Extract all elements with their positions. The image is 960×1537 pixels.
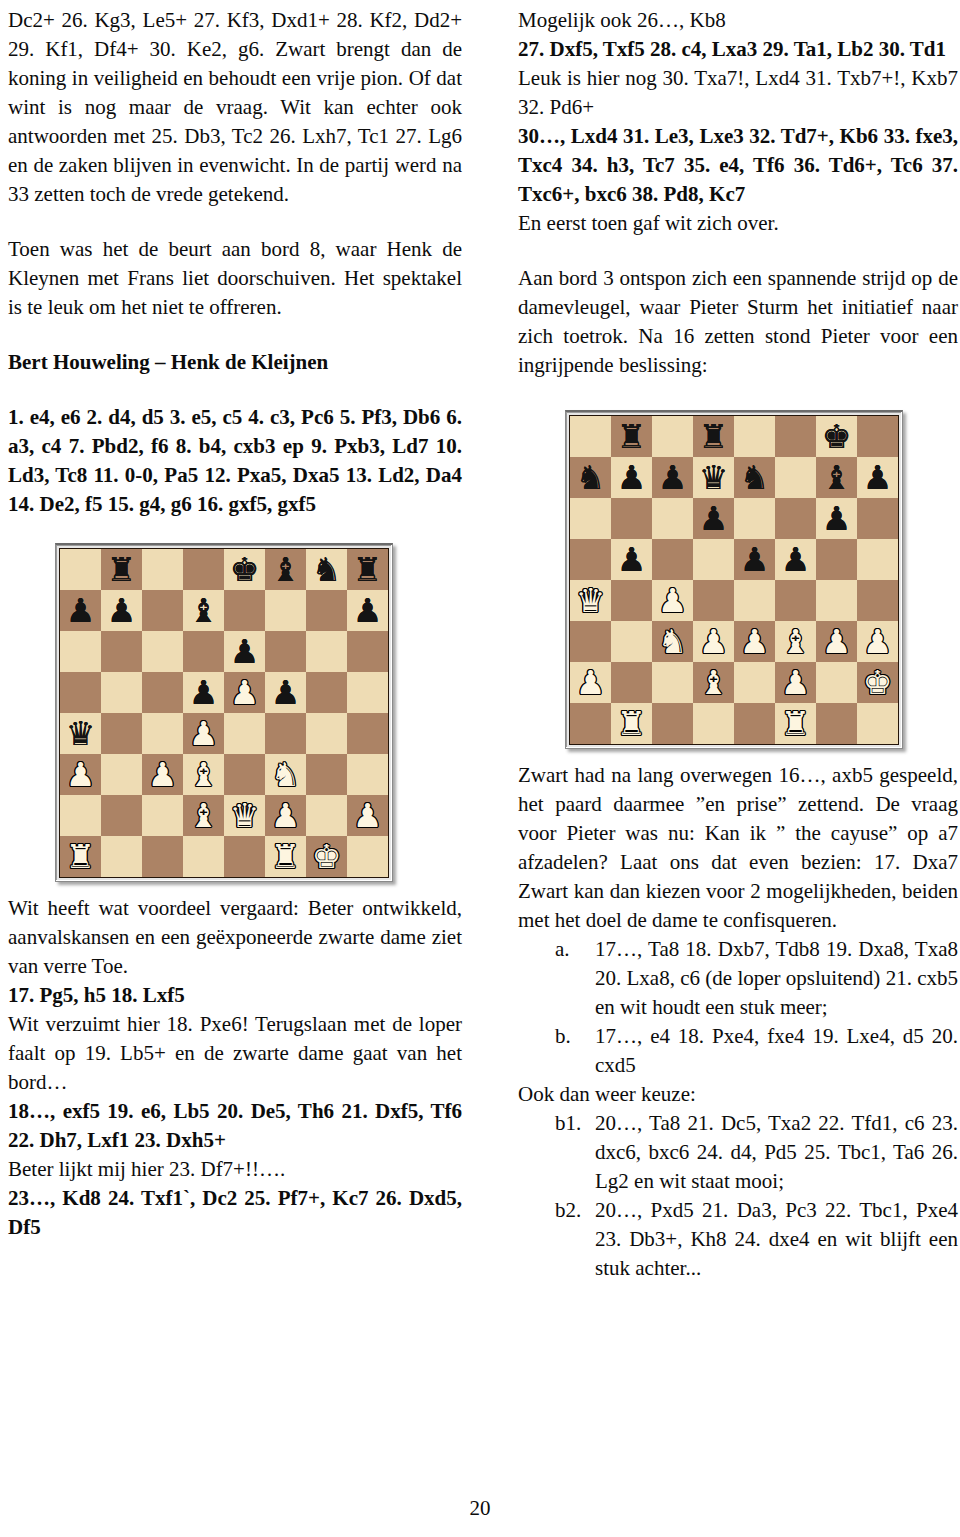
square-d4: ♟ [183, 713, 224, 754]
variation-label: b2. [555, 1196, 595, 1283]
square-a3 [570, 621, 611, 662]
black-pawn-h7: ♟ [353, 594, 383, 627]
chess-board-2: ♜♜♚♞♟♟♛♞♝♟♟♟♟♟♟♛♟♞♟♟♝♟♟♟♝♟♚♜♜ [569, 415, 899, 745]
white-pawn-e5: ♟ [230, 676, 260, 709]
square-b4 [611, 580, 652, 621]
square-b3 [101, 754, 142, 795]
square-g8: ♞ [306, 549, 347, 590]
black-rook-h8: ♜ [353, 553, 383, 586]
black-knight-a7: ♞ [576, 461, 606, 494]
square-e6: ♟ [224, 631, 265, 672]
black-knight-g8: ♞ [312, 553, 342, 586]
square-g8: ♚ [816, 416, 857, 457]
square-e7: ♞ [734, 457, 775, 498]
square-g3: ♟ [816, 621, 857, 662]
paragraph: Wit verzuimt hier 18. Pxe6! Terugslaan m… [8, 1010, 462, 1097]
square-f2: ♟ [775, 662, 816, 703]
white-bishop-d3: ♝ [189, 758, 219, 791]
square-g7 [306, 590, 347, 631]
variation-text: 17…, Ta8 18. Dxb7, Tdb8 19. Dxa8, Txa8 2… [595, 935, 958, 1022]
square-d8: ♜ [693, 416, 734, 457]
square-f5: ♟ [265, 672, 306, 713]
square-c7 [142, 590, 183, 631]
square-b1: ♜ [611, 703, 652, 744]
left-column: Dc2+ 26. Kg3, Le5+ 27. Kf3, Dxd1+ 28. Kf… [8, 6, 462, 1242]
square-d7: ♛ [693, 457, 734, 498]
square-a4: ♛ [60, 713, 101, 754]
square-a2 [60, 795, 101, 836]
variation-text: 20…, Ta8 21. Dc5, Txa2 22. Tfd1, c6 23. … [595, 1109, 958, 1196]
paragraph: Mogelijk ook 26…, Kb8 [518, 6, 958, 35]
square-e5: ♟ [734, 539, 775, 580]
white-bishop-d2: ♝ [189, 799, 219, 832]
paragraph: Beter lijkt mij hier 23. Df7+!!…. [8, 1155, 462, 1184]
square-e8: ♚ [224, 549, 265, 590]
black-pawn-f5: ♟ [781, 543, 811, 576]
black-bishop-d7: ♝ [189, 594, 219, 627]
white-rook-f1: ♜ [271, 840, 301, 873]
square-h7: ♟ [347, 590, 388, 631]
variation-b: b. 17…, e4 18. Pxe4, fxe4 19. Lxe4, d5 2… [518, 1022, 958, 1080]
white-pawn-a3: ♟ [66, 758, 96, 791]
white-rook-f1: ♜ [781, 707, 811, 740]
square-a6 [60, 631, 101, 672]
move-line: 23…, Kd8 24. Txf1`, Dc2 25. Pf7+, Kc7 26… [8, 1184, 462, 1242]
square-f3: ♞ [265, 754, 306, 795]
square-f7 [265, 590, 306, 631]
black-pawn-e6: ♟ [230, 635, 260, 668]
square-a4: ♛ [570, 580, 611, 621]
white-pawn-d4: ♟ [189, 717, 219, 750]
white-pawn-c3: ♟ [148, 758, 178, 791]
square-g2 [816, 662, 857, 703]
white-queen-e2: ♛ [230, 799, 260, 832]
square-b7: ♟ [611, 457, 652, 498]
square-f5: ♟ [775, 539, 816, 580]
black-bishop-f8: ♝ [271, 553, 301, 586]
square-c2 [652, 662, 693, 703]
black-king-e8: ♚ [230, 553, 260, 586]
square-d6: ♟ [693, 498, 734, 539]
square-c1 [652, 703, 693, 744]
square-a8 [60, 549, 101, 590]
white-bishop-f3: ♝ [781, 625, 811, 658]
square-g7: ♝ [816, 457, 857, 498]
square-g3 [306, 754, 347, 795]
square-b2 [101, 795, 142, 836]
black-pawn-b7: ♟ [107, 594, 137, 627]
square-e7 [224, 590, 265, 631]
paragraph: Wit heeft wat voordeel vergaard: Beter o… [8, 894, 462, 981]
square-b4 [101, 713, 142, 754]
move-line: 27. Dxf5, Txf5 28. c4, Lxa3 29. Ta1, Lb2… [518, 35, 958, 64]
square-b8: ♜ [101, 549, 142, 590]
square-a8 [570, 416, 611, 457]
square-e3: ♟ [734, 621, 775, 662]
square-g5 [306, 672, 347, 713]
square-f1: ♜ [775, 703, 816, 744]
square-a3: ♟ [60, 754, 101, 795]
square-b7: ♟ [101, 590, 142, 631]
square-h5 [347, 672, 388, 713]
square-f8 [775, 416, 816, 457]
paragraph: Leuk is hier nog 30. Txa7!, Lxd4 31. Txb… [518, 64, 958, 122]
square-a7: ♟ [60, 590, 101, 631]
right-column: Mogelijk ook 26…, Kb8 27. Dxf5, Txf5 28.… [518, 6, 958, 1283]
square-e2: ♛ [224, 795, 265, 836]
square-c8 [652, 416, 693, 457]
square-c3: ♟ [142, 754, 183, 795]
white-pawn-f2: ♟ [781, 666, 811, 699]
square-h6 [347, 631, 388, 672]
black-rook-b8: ♜ [617, 420, 647, 453]
square-a1 [570, 703, 611, 744]
square-c1 [142, 836, 183, 877]
chess-diagram-1: ♜♚♝♞♜♟♟♝♟♟♟♟♟♛♟♟♟♝♞♝♛♟♟♜♜♚ [55, 543, 393, 882]
move-line: 1. e4, e6 2. d4, d5 3. e5, c5 4. c3, Pc6… [8, 403, 462, 519]
square-h8: ♜ [347, 549, 388, 590]
square-a5 [60, 672, 101, 713]
black-pawn-a7: ♟ [66, 594, 96, 627]
square-a6 [570, 498, 611, 539]
square-b2 [611, 662, 652, 703]
square-e1 [734, 703, 775, 744]
square-c7: ♟ [652, 457, 693, 498]
square-b1 [101, 836, 142, 877]
square-h2: ♟ [347, 795, 388, 836]
square-d7: ♝ [183, 590, 224, 631]
black-pawn-e5: ♟ [740, 543, 770, 576]
square-f2: ♟ [265, 795, 306, 836]
white-knight-f3: ♞ [271, 758, 301, 791]
square-d4 [693, 580, 734, 621]
square-b6 [101, 631, 142, 672]
game-header: Bert Houweling – Henk de Kleijnen [8, 348, 462, 377]
square-b3 [611, 621, 652, 662]
square-b6 [611, 498, 652, 539]
variation-text: 20…, Pxd5 21. Da3, Pc3 22. Tbc1, Pxe4 23… [595, 1196, 958, 1283]
variation-label: b1. [555, 1109, 595, 1196]
square-g4 [816, 580, 857, 621]
square-h1 [857, 703, 898, 744]
square-g5 [816, 539, 857, 580]
variation-label: a. [555, 935, 595, 1022]
white-king-h2: ♚ [863, 666, 893, 699]
square-f8: ♝ [265, 549, 306, 590]
square-h3: ♟ [857, 621, 898, 662]
black-pawn-b5: ♟ [617, 543, 647, 576]
square-c4: ♟ [652, 580, 693, 621]
black-pawn-f5: ♟ [271, 676, 301, 709]
square-d1 [183, 836, 224, 877]
square-b5: ♟ [611, 539, 652, 580]
square-d3: ♝ [183, 754, 224, 795]
square-h8 [857, 416, 898, 457]
variation-a: a. 17…, Ta8 18. Dxb7, Tdb8 19. Dxa8, Txa… [518, 935, 958, 1022]
square-d3: ♟ [693, 621, 734, 662]
square-g1: ♚ [306, 836, 347, 877]
square-e5: ♟ [224, 672, 265, 713]
square-d5 [693, 539, 734, 580]
square-f6 [265, 631, 306, 672]
black-pawn-g6: ♟ [822, 502, 852, 535]
white-king-g1: ♚ [312, 840, 342, 873]
square-e4 [734, 580, 775, 621]
black-pawn-c7: ♟ [658, 461, 688, 494]
square-f1: ♜ [265, 836, 306, 877]
white-pawn-d3: ♟ [699, 625, 729, 658]
white-pawn-a2: ♟ [576, 666, 606, 699]
paragraph: Toen was het de beurt aan bord 8, waar H… [8, 235, 462, 322]
black-pawn-d5: ♟ [189, 676, 219, 709]
square-e4 [224, 713, 265, 754]
square-g4 [306, 713, 347, 754]
white-pawn-g3: ♟ [822, 625, 852, 658]
square-e3 [224, 754, 265, 795]
variation-label: b. [555, 1022, 595, 1080]
square-c2 [142, 795, 183, 836]
square-d1 [693, 703, 734, 744]
paragraph: Aan bord 3 ontspon zich een spannende st… [518, 264, 958, 380]
black-pawn-b7: ♟ [617, 461, 647, 494]
black-bishop-g7: ♝ [822, 461, 852, 494]
black-pawn-d6: ♟ [699, 502, 729, 535]
square-g1 [816, 703, 857, 744]
square-a2: ♟ [570, 662, 611, 703]
square-e1 [224, 836, 265, 877]
white-rook-a1: ♜ [66, 840, 96, 873]
square-h4 [347, 713, 388, 754]
square-g2 [306, 795, 347, 836]
white-pawn-h3: ♟ [863, 625, 893, 658]
square-d2: ♝ [693, 662, 734, 703]
move-line: 18…, exf5 19. e6, Lb5 20. De5, Th6 21. D… [8, 1097, 462, 1155]
white-pawn-h2: ♟ [353, 799, 383, 832]
square-h5 [857, 539, 898, 580]
white-pawn-c4: ♟ [658, 584, 688, 617]
square-e6 [734, 498, 775, 539]
square-h2: ♚ [857, 662, 898, 703]
square-c5 [652, 539, 693, 580]
white-queen-a4: ♛ [576, 584, 606, 617]
square-d8 [183, 549, 224, 590]
square-f6 [775, 498, 816, 539]
black-rook-b8: ♜ [107, 553, 137, 586]
square-c6 [652, 498, 693, 539]
black-queen-a4: ♛ [66, 717, 96, 750]
square-f4 [265, 713, 306, 754]
square-h3 [347, 754, 388, 795]
square-c3: ♞ [652, 621, 693, 662]
square-b5 [101, 672, 142, 713]
move-line: 17. Pg5, h5 18. Lxf5 [8, 981, 462, 1010]
white-pawn-f2: ♟ [271, 799, 301, 832]
move-line: 30…, Lxd4 31. Le3, Lxe3 32. Td7+, Kb6 33… [518, 122, 958, 209]
square-g6 [306, 631, 347, 672]
square-f4 [775, 580, 816, 621]
black-king-g8: ♚ [822, 420, 852, 453]
white-knight-c3: ♞ [658, 625, 688, 658]
white-bishop-d2: ♝ [699, 666, 729, 699]
paragraph: En eerst toen gaf wit zich over. [518, 209, 958, 238]
square-b8: ♜ [611, 416, 652, 457]
white-pawn-e3: ♟ [740, 625, 770, 658]
black-queen-d7: ♛ [699, 461, 729, 494]
square-c6 [142, 631, 183, 672]
square-f3: ♝ [775, 621, 816, 662]
page-number: 20 [0, 1496, 960, 1521]
square-d2: ♝ [183, 795, 224, 836]
square-c5 [142, 672, 183, 713]
paragraph: Zwart had na lang overwegen 16…, axb5 ge… [518, 761, 958, 935]
variation-b1: b1. 20…, Ta8 21. Dc5, Txa2 22. Tfd1, c6 … [518, 1109, 958, 1196]
black-rook-d8: ♜ [699, 420, 729, 453]
square-h4 [857, 580, 898, 621]
variation-text: 17…, e4 18. Pxe4, fxe4 19. Lxe4, d5 20. … [595, 1022, 958, 1080]
black-knight-e7: ♞ [740, 461, 770, 494]
square-a7: ♞ [570, 457, 611, 498]
variation-b2: b2. 20…, Pxd5 21. Da3, Pc3 22. Tbc1, Pxe… [518, 1196, 958, 1283]
square-d5: ♟ [183, 672, 224, 713]
square-h7: ♟ [857, 457, 898, 498]
square-e2 [734, 662, 775, 703]
paragraph: Dc2+ 26. Kg3, Le5+ 27. Kf3, Dxd1+ 28. Kf… [8, 6, 462, 209]
black-pawn-h7: ♟ [863, 461, 893, 494]
white-rook-b1: ♜ [617, 707, 647, 740]
square-h1 [347, 836, 388, 877]
square-a5 [570, 539, 611, 580]
square-f7 [775, 457, 816, 498]
square-c8 [142, 549, 183, 590]
square-d6 [183, 631, 224, 672]
square-g6: ♟ [816, 498, 857, 539]
square-e8 [734, 416, 775, 457]
square-h6 [857, 498, 898, 539]
paragraph: Ook dan weer keuze: [518, 1080, 958, 1109]
chess-diagram-2: ♜♜♚♞♟♟♛♞♝♟♟♟♟♟♟♛♟♞♟♟♝♟♟♟♝♟♚♜♜ [565, 410, 903, 749]
chess-board-1: ♜♚♝♞♜♟♟♝♟♟♟♟♟♛♟♟♟♝♞♝♛♟♟♜♜♚ [59, 548, 389, 878]
square-c4 [142, 713, 183, 754]
square-a1: ♜ [60, 836, 101, 877]
